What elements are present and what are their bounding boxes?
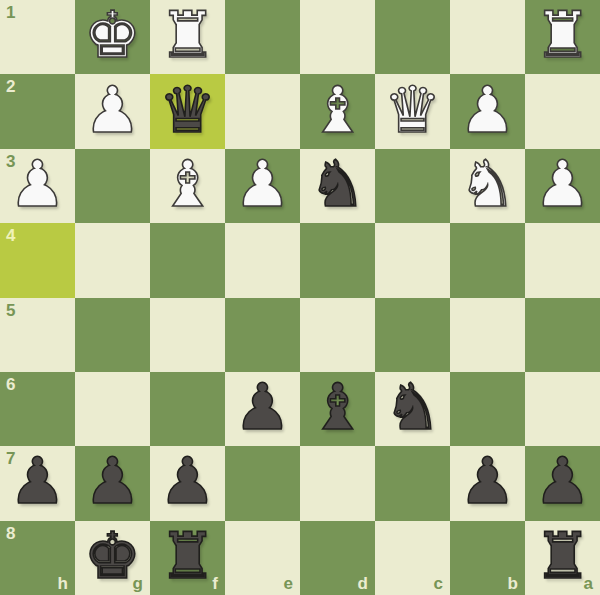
square-d1[interactable] (300, 0, 375, 74)
rank-label-4: 4 (6, 226, 15, 246)
white-king[interactable]: ♚ (75, 0, 150, 74)
square-h3[interactable]: 3♟ (0, 149, 75, 223)
square-a5[interactable] (525, 298, 600, 372)
square-c4[interactable] (375, 223, 450, 297)
black-pawn[interactable]: ♟ (225, 372, 300, 446)
square-g7[interactable]: ♟ (75, 446, 150, 520)
rank-label-8: 8 (6, 524, 15, 544)
square-f3[interactable]: ♝ (150, 149, 225, 223)
square-c7[interactable] (375, 446, 450, 520)
square-g8[interactable]: g♚ (75, 521, 150, 595)
black-bishop[interactable]: ♝ (300, 372, 375, 446)
square-f4[interactable] (150, 223, 225, 297)
square-h4[interactable]: 4 (0, 223, 75, 297)
chess-board: 1♚♜♜2♟♛♝♛♟3♟♝♟♞♞♟456♟♝♞7♟♟♟♟♟8hg♚f♜edcba… (0, 0, 600, 595)
square-c8[interactable]: c (375, 521, 450, 595)
square-h2[interactable]: 2 (0, 74, 75, 148)
square-g5[interactable] (75, 298, 150, 372)
file-label-c: c (434, 574, 443, 594)
square-a8[interactable]: a♜ (525, 521, 600, 595)
black-pawn[interactable]: ♟ (525, 446, 600, 520)
square-a2[interactable] (525, 74, 600, 148)
square-a1[interactable]: ♜ (525, 0, 600, 74)
square-b4[interactable] (450, 223, 525, 297)
square-f2[interactable]: ♛ (150, 74, 225, 148)
square-c1[interactable] (375, 0, 450, 74)
square-c3[interactable] (375, 149, 450, 223)
rank-label-6: 6 (6, 375, 15, 395)
square-d7[interactable] (300, 446, 375, 520)
square-c2[interactable]: ♛ (375, 74, 450, 148)
square-d6[interactable]: ♝ (300, 372, 375, 446)
square-e4[interactable] (225, 223, 300, 297)
square-a4[interactable] (525, 223, 600, 297)
rank-label-5: 5 (6, 301, 15, 321)
square-h7[interactable]: 7♟ (0, 446, 75, 520)
white-bishop[interactable]: ♝ (150, 149, 225, 223)
square-c5[interactable] (375, 298, 450, 372)
square-d5[interactable] (300, 298, 375, 372)
square-h5[interactable]: 5 (0, 298, 75, 372)
black-pawn[interactable]: ♟ (150, 446, 225, 520)
square-e3[interactable]: ♟ (225, 149, 300, 223)
square-e8[interactable]: e (225, 521, 300, 595)
rank-label-1: 1 (6, 3, 15, 23)
square-e6[interactable]: ♟ (225, 372, 300, 446)
square-a7[interactable]: ♟ (525, 446, 600, 520)
square-g4[interactable] (75, 223, 150, 297)
black-pawn[interactable]: ♟ (0, 446, 75, 520)
square-b3[interactable]: ♞ (450, 149, 525, 223)
white-bishop[interactable]: ♝ (300, 74, 375, 148)
white-rook[interactable]: ♜ (525, 0, 600, 74)
white-pawn[interactable]: ♟ (450, 74, 525, 148)
square-a3[interactable]: ♟ (525, 149, 600, 223)
file-label-h: h (58, 574, 68, 594)
white-knight[interactable]: ♞ (450, 149, 525, 223)
square-d8[interactable]: d (300, 521, 375, 595)
square-d2[interactable]: ♝ (300, 74, 375, 148)
square-b2[interactable]: ♟ (450, 74, 525, 148)
square-g3[interactable] (75, 149, 150, 223)
square-e2[interactable] (225, 74, 300, 148)
square-b8[interactable]: b (450, 521, 525, 595)
black-pawn[interactable]: ♟ (75, 446, 150, 520)
rank-label-2: 2 (6, 77, 15, 97)
black-rook[interactable]: ♜ (150, 521, 225, 595)
square-d3[interactable]: ♞ (300, 149, 375, 223)
white-queen[interactable]: ♛ (375, 74, 450, 148)
square-f8[interactable]: f♜ (150, 521, 225, 595)
square-h1[interactable]: 1 (0, 0, 75, 74)
black-king[interactable]: ♚ (75, 521, 150, 595)
square-e5[interactable] (225, 298, 300, 372)
black-pawn[interactable]: ♟ (450, 446, 525, 520)
square-f7[interactable]: ♟ (150, 446, 225, 520)
square-g2[interactable]: ♟ (75, 74, 150, 148)
black-knight[interactable]: ♞ (300, 149, 375, 223)
white-pawn[interactable]: ♟ (525, 149, 600, 223)
square-h6[interactable]: 6 (0, 372, 75, 446)
white-pawn[interactable]: ♟ (75, 74, 150, 148)
square-g6[interactable] (75, 372, 150, 446)
square-h8[interactable]: 8h (0, 521, 75, 595)
black-knight[interactable]: ♞ (375, 372, 450, 446)
square-c6[interactable]: ♞ (375, 372, 450, 446)
black-rook[interactable]: ♜ (525, 521, 600, 595)
file-label-e: e (284, 574, 293, 594)
file-label-b: b (508, 574, 518, 594)
white-rook[interactable]: ♜ (150, 0, 225, 74)
square-b6[interactable] (450, 372, 525, 446)
white-pawn[interactable]: ♟ (0, 149, 75, 223)
square-f5[interactable] (150, 298, 225, 372)
white-pawn[interactable]: ♟ (225, 149, 300, 223)
square-e1[interactable] (225, 0, 300, 74)
square-g1[interactable]: ♚ (75, 0, 150, 74)
square-e7[interactable] (225, 446, 300, 520)
square-b5[interactable] (450, 298, 525, 372)
square-f6[interactable] (150, 372, 225, 446)
square-f1[interactable]: ♜ (150, 0, 225, 74)
file-label-d: d (358, 574, 368, 594)
square-b1[interactable] (450, 0, 525, 74)
black-queen[interactable]: ♛ (150, 74, 225, 148)
square-a6[interactable] (525, 372, 600, 446)
square-b7[interactable]: ♟ (450, 446, 525, 520)
square-d4[interactable] (300, 223, 375, 297)
